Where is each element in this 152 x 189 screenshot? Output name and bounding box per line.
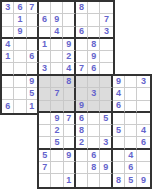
empty-cell-grid_a-r0c7[interactable] [88,2,100,14]
empty-cell-grid_a-r0c4[interactable] [51,2,63,14]
empty-cell-grid_a-r5c0[interactable] [2,63,14,75]
given-digit-cell-grid_b-r6c0: 5 [39,150,51,162]
empty-cell-grid_b-r5c0[interactable] [39,137,51,149]
empty-cell-grid_b-r1c3[interactable] [76,88,88,100]
given-digit-cell-grid_b-r5c3: 2 [76,137,88,149]
given-digit-cell-grid_a-r2c1: 9 [14,27,26,39]
given-digit-cell-grid_b-r0c2: 8 [64,76,76,88]
given-digit-cell-grid_b-r6c7: 4 [125,150,137,162]
sudoku-grid-b: 89373496976528545236596478961859 [37,74,152,189]
given-digit-cell-grid_a-r8c0: 6 [2,100,14,112]
empty-cell-grid_a-r2c0[interactable] [2,27,14,39]
empty-cell-grid_b-r5c7[interactable] [125,137,137,149]
empty-cell-grid_a-r7c0[interactable] [2,88,14,100]
empty-cell-grid_b-r0c3[interactable] [76,76,88,88]
empty-cell-grid_b-r2c2[interactable] [64,101,76,113]
given-digit-cell-grid_a-r1c3: 6 [39,14,51,26]
given-digit-cell-grid_b-r2c3: 9 [76,101,88,113]
empty-cell-grid_a-r2c5[interactable] [63,27,75,39]
given-digit-cell-grid_b-r3c1: 9 [51,113,63,125]
empty-cell-grid_a-r0c3[interactable] [39,2,51,14]
given-digit-cell-grid_b-r4c3: 8 [76,125,88,137]
given-digit-cell-grid_a-r0c1: 6 [14,2,26,14]
given-digit-cell-grid_a-r0c6: 8 [76,2,88,14]
empty-cell-grid_b-r8c3[interactable] [76,174,88,186]
empty-cell-grid_b-r2c4[interactable] [88,101,100,113]
twin-sudoku-board: 36781697946341981629347698573619 8937349… [0,0,152,189]
given-digit-cell-grid_b-r1c1: 7 [51,88,63,100]
empty-cell-grid_b-r2c0[interactable] [39,101,51,113]
given-digit-cell-grid_b-r3c2: 7 [64,113,76,125]
empty-cell-grid_b-r8c5[interactable] [100,174,112,186]
empty-cell-grid_a-r3c2[interactable] [27,39,39,51]
given-digit-cell-grid_b-r6c4: 6 [88,150,100,162]
given-digit-cell-grid_b-r7c4: 8 [88,162,100,174]
empty-cell-grid_b-r3c0[interactable] [39,113,51,125]
given-digit-cell-grid_b-r8c7: 5 [125,174,137,186]
given-digit-cell-grid_a-r2c6: 6 [76,27,88,39]
given-digit-cell-grid_b-r5c1: 5 [51,137,63,149]
empty-cell-grid_b-r7c6[interactable] [113,162,125,174]
empty-cell-grid_b-r1c5[interactable] [100,88,112,100]
empty-cell-grid_b-r1c0[interactable] [39,88,51,100]
empty-cell-grid_b-r2c8[interactable] [137,101,149,113]
empty-cell-grid_a-r1c2[interactable] [27,14,39,26]
given-digit-cell-grid_a-r1c4: 9 [51,14,63,26]
empty-cell-grid_a-r3c6[interactable] [76,39,88,51]
given-digit-cell-grid_b-r8c8: 9 [137,174,149,186]
empty-cell-grid_b-r1c7[interactable] [125,88,137,100]
empty-cell-grid_a-r5c1[interactable] [14,63,26,75]
empty-cell-grid_a-r0c5[interactable] [63,2,75,14]
empty-cell-grid_a-r6c0[interactable] [2,76,14,88]
empty-cell-grid_a-r3c8[interactable] [100,39,112,51]
empty-cell-grid_b-r4c5[interactable] [100,125,112,137]
given-digit-cell-grid_b-r3c3: 6 [76,113,88,125]
given-digit-cell-grid_a-r4c7: 9 [88,51,100,63]
empty-cell-grid_a-r2c7[interactable] [88,27,100,39]
given-digit-cell-grid_a-r4c0: 1 [2,51,14,63]
given-digit-cell-grid_b-r1c6: 4 [113,88,125,100]
empty-cell-grid_a-r6c1[interactable] [14,76,26,88]
given-digit-cell-grid_b-r8c2: 1 [64,174,76,186]
empty-cell-grid_b-r1c8[interactable] [137,88,149,100]
empty-cell-grid_b-r2c5[interactable] [100,101,112,113]
empty-cell-grid_b-r6c5[interactable] [100,150,112,162]
given-digit-cell-grid_a-r2c8: 3 [100,27,112,39]
given-digit-cell-grid_b-r4c6: 5 [113,125,125,137]
empty-cell-grid_b-r5c2[interactable] [64,137,76,149]
empty-cell-grid_b-r3c8[interactable] [137,113,149,125]
given-digit-cell-grid_a-r0c2: 7 [27,2,39,14]
empty-cell-grid_a-r3c1[interactable] [14,39,26,51]
given-digit-cell-grid_a-r2c4: 4 [51,27,63,39]
empty-cell-grid_b-r1c2[interactable] [64,88,76,100]
empty-cell-grid_a-r2c3[interactable] [39,27,51,39]
given-digit-cell-grid_a-r3c0: 4 [2,39,14,51]
empty-cell-grid_b-r2c1[interactable] [51,101,63,113]
given-digit-cell-grid_a-r0c0: 3 [2,2,14,14]
given-digit-cell-grid_b-r6c2: 9 [64,150,76,162]
empty-cell-grid_a-r0c8[interactable] [100,2,112,14]
given-digit-cell-grid_a-r1c8: 7 [100,14,112,26]
empty-cell-grid_b-r5c6[interactable] [113,137,125,149]
empty-cell-grid_b-r4c2[interactable] [64,125,76,137]
empty-cell-grid_a-r7c1[interactable] [14,88,26,100]
empty-cell-grid_a-r8c1[interactable] [14,100,26,112]
empty-cell-grid_b-r0c4[interactable] [88,76,100,88]
empty-cell-grid_b-r7c2[interactable] [64,162,76,174]
empty-cell-grid_b-r0c0[interactable] [39,76,51,88]
empty-cell-grid_a-r1c7[interactable] [88,14,100,26]
given-digit-cell-grid_b-r4c8: 4 [137,125,149,137]
given-digit-cell-grid_b-r0c8: 3 [137,76,149,88]
given-digit-cell-grid_a-r3c5: 9 [63,39,75,51]
empty-cell-grid_b-r2c7[interactable] [125,101,137,113]
empty-cell-grid_b-r6c3[interactable] [76,150,88,162]
empty-cell-grid_b-r8c0[interactable] [39,174,51,186]
empty-cell-grid_a-r4c8[interactable] [100,51,112,63]
empty-cell-grid_b-r4c7[interactable] [125,125,137,137]
empty-cell-grid_b-r0c1[interactable] [51,76,63,88]
empty-cell-grid_a-r1c0[interactable] [2,14,14,26]
empty-cell-grid_b-r6c1[interactable] [51,150,63,162]
empty-cell-grid_a-r2c2[interactable] [27,27,39,39]
given-digit-cell-grid_a-r3c3: 1 [39,39,51,51]
empty-cell-grid_a-r3c4[interactable] [51,39,63,51]
given-digit-cell-grid_b-r5c8: 6 [137,137,149,149]
given-digit-cell-grid_b-r3c5: 5 [100,113,112,125]
given-digit-cell-grid_b-r4c1: 2 [51,125,63,137]
given-digit-cell-grid_a-r1c1: 1 [14,14,26,26]
given-digit-cell-grid_a-r4c2: 6 [27,51,39,63]
empty-cell-grid_b-r5c4[interactable] [88,137,100,149]
empty-cell-grid_b-r4c0[interactable] [39,125,51,137]
given-digit-cell-grid_a-r4c5: 2 [63,51,75,63]
empty-cell-grid_b-r4c4[interactable] [88,125,100,137]
empty-cell-grid_a-r1c6[interactable] [76,14,88,26]
given-digit-cell-grid_a-r3c7: 8 [88,39,100,51]
empty-cell-grid_b-r6c8[interactable] [137,150,149,162]
empty-cell-grid_b-r7c1[interactable] [51,162,63,174]
empty-cell-grid_b-r3c7[interactable] [125,113,137,125]
empty-cell-grid_b-r7c8[interactable] [137,162,149,174]
given-digit-cell-grid_b-r2c6: 6 [113,101,125,113]
given-digit-cell-grid_b-r8c6: 8 [113,174,125,186]
given-digit-cell-grid_b-r5c5: 3 [100,137,112,149]
empty-cell-grid_b-r7c3[interactable] [76,162,88,174]
given-digit-cell-grid_b-r7c0: 7 [39,162,51,174]
empty-cell-grid_b-r8c4[interactable] [88,174,100,186]
empty-cell-grid_b-r6c6[interactable] [113,150,125,162]
given-digit-cell-grid_b-r7c7: 6 [125,162,137,174]
given-digit-cell-grid_b-r7c5: 9 [100,162,112,174]
empty-cell-grid_b-r3c4[interactable] [88,113,100,125]
empty-cell-grid_b-r3c6[interactable] [113,113,125,125]
empty-cell-grid_b-r0c7[interactable] [125,76,137,88]
empty-cell-grid_a-r4c1[interactable] [14,51,26,63]
empty-cell-grid_a-r4c6[interactable] [76,51,88,63]
given-digit-cell-grid_b-r1c4: 3 [88,88,100,100]
given-digit-cell-grid_b-r0c6: 9 [113,76,125,88]
empty-cell-grid_a-r4c4[interactable] [51,51,63,63]
empty-cell-grid_b-r8c1[interactable] [51,174,63,186]
empty-cell-grid_a-r4c3[interactable] [39,51,51,63]
empty-cell-grid_a-r1c5[interactable] [63,14,75,26]
empty-cell-grid_b-r0c5[interactable] [100,76,112,88]
